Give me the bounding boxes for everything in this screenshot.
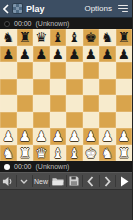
square-a6[interactable] — [0, 62, 17, 79]
square-a7[interactable]: ♟ — [0, 46, 17, 63]
black-knight: ♞ — [101, 29, 113, 45]
square-e2[interactable]: ♟ — [66, 128, 83, 145]
white-player-indicator-icon — [4, 164, 10, 170]
square-e3[interactable] — [66, 112, 83, 129]
square-h8[interactable]: ♜ — [116, 29, 133, 46]
new-game-label: New — [34, 178, 48, 185]
overflow-menu-icon[interactable] — [117, 3, 129, 15]
square-d6[interactable] — [50, 62, 67, 79]
square-d7[interactable]: ♟ — [50, 46, 67, 63]
square-d3[interactable] — [50, 112, 67, 129]
square-c1[interactable]: ♛ — [33, 145, 50, 162]
white-clock: 00:00 — [14, 163, 32, 170]
white-knight: ♞ — [101, 145, 113, 161]
white-queen: ♛ — [35, 145, 47, 161]
black-rook: ♜ — [19, 29, 31, 45]
square-b2[interactable]: ♟ — [17, 128, 34, 145]
square-b3[interactable] — [17, 112, 34, 129]
square-c7[interactable]: ♟ — [33, 46, 50, 63]
step-forward-button[interactable] — [100, 173, 116, 189]
black-pawn: ♟ — [68, 46, 80, 62]
chess-app-window: Play Options 00:00 (Unknown) ♞♜♛♝♝♚♞♜♟♟♟… — [0, 0, 132, 220]
white-pawn: ♟ — [101, 128, 113, 144]
app-chessboard-icon — [12, 3, 23, 14]
white-pawn: ♟ — [68, 128, 80, 144]
black-pawn: ♟ — [118, 46, 130, 62]
black-pawn: ♟ — [101, 46, 113, 62]
square-h3[interactable] — [116, 112, 133, 129]
square-b8[interactable]: ♜ — [17, 29, 34, 46]
play-icon — [120, 176, 129, 187]
square-e7[interactable]: ♟ — [66, 46, 83, 63]
black-knight: ♞ — [2, 29, 14, 45]
square-d1[interactable]: ♝ — [50, 145, 67, 162]
square-a8[interactable]: ♞ — [0, 29, 17, 46]
options-button[interactable]: Options — [82, 4, 114, 13]
black-bishop: ♝ — [52, 29, 64, 45]
chevron-left-icon — [87, 176, 94, 187]
square-c8[interactable]: ♛ — [33, 29, 50, 46]
square-h6[interactable] — [116, 62, 133, 79]
back-chevron-icon — [3, 4, 9, 14]
white-player-bar: 00:00 (Unknown) — [0, 161, 132, 172]
square-f2[interactable]: ♟ — [83, 128, 100, 145]
black-clock: 00:00 — [14, 20, 32, 27]
page-title: Play — [26, 0, 45, 18]
square-d4[interactable] — [50, 95, 67, 112]
square-a5[interactable] — [0, 79, 17, 96]
square-g7[interactable]: ♟ — [99, 46, 116, 63]
white-king: ♚ — [85, 145, 97, 161]
square-b7[interactable]: ♟ — [17, 46, 34, 63]
square-f7[interactable]: ♟ — [83, 46, 100, 63]
square-g2[interactable]: ♟ — [99, 128, 116, 145]
new-game-button[interactable]: New — [33, 173, 49, 189]
step-back-button[interactable] — [83, 173, 99, 189]
chevron-down-icon — [20, 179, 28, 184]
white-rook: ♜ — [19, 145, 31, 161]
white-bishop: ♝ — [68, 145, 80, 161]
white-pawn: ♟ — [52, 128, 64, 144]
square-e5[interactable] — [66, 79, 83, 96]
black-player-bar: 00:00 (Unknown) — [0, 18, 132, 29]
chevron-right-icon — [104, 176, 111, 187]
black-king: ♚ — [85, 29, 97, 45]
white-rook: ♜ — [118, 145, 130, 161]
square-f5[interactable] — [83, 79, 100, 96]
square-h4[interactable] — [116, 95, 133, 112]
square-f3[interactable] — [83, 112, 100, 129]
white-knight: ♞ — [2, 145, 14, 161]
square-a2[interactable]: ♟ — [0, 128, 17, 145]
folder-icon — [52, 176, 64, 186]
square-f4[interactable] — [83, 95, 100, 112]
autoplay-button[interactable] — [116, 173, 132, 189]
volume-dropdown-button[interactable] — [17, 173, 33, 189]
square-h2[interactable]: ♟ — [116, 128, 133, 145]
square-a3[interactable] — [0, 112, 17, 129]
square-d8[interactable]: ♝ — [50, 29, 67, 46]
black-bishop: ♝ — [68, 29, 80, 45]
square-f1[interactable]: ♚ — [83, 145, 100, 162]
square-b6[interactable] — [17, 62, 34, 79]
save-game-button[interactable] — [67, 173, 83, 189]
square-e4[interactable] — [66, 95, 83, 112]
black-pawn: ♟ — [85, 46, 97, 62]
open-game-button[interactable] — [50, 173, 66, 189]
square-f8[interactable]: ♚ — [83, 29, 100, 46]
black-pawn: ♟ — [35, 46, 47, 62]
square-a1[interactable]: ♞ — [0, 145, 17, 162]
white-bishop: ♝ — [52, 145, 64, 161]
square-c6[interactable] — [33, 62, 50, 79]
chess-board[interactable]: ♞♜♛♝♝♚♞♜♟♟♟♟♟♟♟♟♟♟♟♟♟♟♟♟♞♜♛♝♝♚♞♜ — [0, 29, 132, 161]
black-pawn: ♟ — [2, 46, 14, 62]
square-b5[interactable] — [17, 79, 34, 96]
back-button[interactable] — [3, 4, 9, 14]
white-pawn: ♟ — [118, 128, 130, 144]
square-d5[interactable] — [50, 79, 67, 96]
square-g4[interactable] — [99, 95, 116, 112]
black-pawn: ♟ — [19, 46, 31, 62]
square-c2[interactable]: ♟ — [33, 128, 50, 145]
square-e8[interactable]: ♝ — [66, 29, 83, 46]
square-h1[interactable]: ♜ — [116, 145, 133, 162]
square-c4[interactable] — [33, 95, 50, 112]
square-g5[interactable] — [99, 79, 116, 96]
white-player-name: (Unknown) — [36, 163, 70, 170]
speaker-icon — [2, 176, 13, 187]
square-c3[interactable] — [33, 112, 50, 129]
white-pawn: ♟ — [35, 128, 47, 144]
square-c5[interactable] — [33, 79, 50, 96]
square-b1[interactable]: ♜ — [17, 145, 34, 162]
square-b4[interactable] — [17, 95, 34, 112]
floppy-save-icon — [69, 176, 79, 186]
square-d2[interactable]: ♟ — [50, 128, 67, 145]
square-g8[interactable]: ♞ — [99, 29, 116, 46]
white-pawn: ♟ — [85, 128, 97, 144]
black-pawn: ♟ — [52, 46, 64, 62]
white-pawn: ♟ — [2, 128, 14, 144]
square-h5[interactable] — [116, 79, 133, 96]
move-list-pane — [0, 190, 132, 220]
black-queen: ♛ — [35, 29, 47, 45]
square-g6[interactable] — [99, 62, 116, 79]
square-h7[interactable]: ♟ — [116, 46, 133, 63]
black-player-name: (Unknown) — [36, 20, 70, 27]
volume-button[interactable] — [0, 173, 16, 189]
square-g3[interactable] — [99, 112, 116, 129]
white-pawn: ♟ — [19, 128, 31, 144]
black-rook: ♜ — [118, 29, 130, 45]
square-g1[interactable]: ♞ — [99, 145, 116, 162]
playback-toolbar: New — [0, 172, 132, 190]
header-bar: Play Options — [0, 0, 132, 18]
black-player-indicator-icon — [4, 21, 10, 27]
square-a4[interactable] — [0, 95, 17, 112]
square-f6[interactable] — [83, 62, 100, 79]
square-e1[interactable]: ♝ — [66, 145, 83, 162]
square-e6[interactable] — [66, 62, 83, 79]
